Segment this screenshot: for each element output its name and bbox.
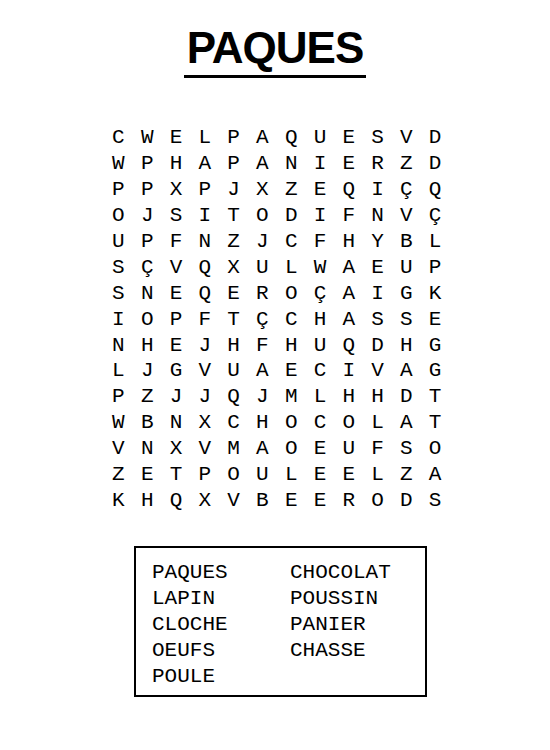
grid-cell: N bbox=[162, 410, 191, 436]
grid-cell: A bbox=[334, 306, 363, 332]
grid-cell: U bbox=[306, 332, 335, 358]
grid-cell: Ç bbox=[133, 254, 162, 280]
grid-cell: B bbox=[392, 229, 421, 255]
grid-cell: L bbox=[306, 384, 335, 410]
grid-cell: D bbox=[392, 384, 421, 410]
title-area: PAQUES bbox=[0, 26, 550, 78]
grid-cell: A bbox=[392, 358, 421, 384]
word-list-item: CLOCHE bbox=[152, 612, 290, 638]
grid-cell: Q bbox=[334, 177, 363, 203]
grid-cell: O bbox=[277, 410, 306, 436]
grid-cell: U bbox=[104, 229, 133, 255]
grid-cell: A bbox=[421, 462, 450, 488]
grid-cell: A bbox=[334, 254, 363, 280]
grid-cell: L bbox=[190, 125, 219, 151]
grid-cell: Q bbox=[277, 125, 306, 151]
grid-cell: F bbox=[190, 306, 219, 332]
grid-cell: J bbox=[190, 384, 219, 410]
grid-cell: V bbox=[190, 358, 219, 384]
grid-cell: J bbox=[190, 332, 219, 358]
grid-cell: K bbox=[421, 280, 450, 306]
grid-cell: X bbox=[162, 177, 191, 203]
grid-cell: R bbox=[334, 487, 363, 513]
grid-cell: K bbox=[104, 487, 133, 513]
grid-cell: S bbox=[162, 203, 191, 229]
grid-cell: L bbox=[104, 358, 133, 384]
grid-cell: D bbox=[421, 125, 450, 151]
grid-cell: I bbox=[190, 203, 219, 229]
grid-cell: Ç bbox=[306, 280, 335, 306]
grid-cell: Z bbox=[392, 462, 421, 488]
grid-cell: E bbox=[334, 151, 363, 177]
grid-cell: N bbox=[277, 151, 306, 177]
grid-cell: A bbox=[392, 410, 421, 436]
grid-cell: N bbox=[133, 280, 162, 306]
grid-cell: Y bbox=[363, 229, 392, 255]
word-list-column-2: CHOCOLATPOUSSINPANIERCHASSE bbox=[290, 548, 391, 695]
grid-cell: F bbox=[306, 229, 335, 255]
word-list-item: PANIER bbox=[290, 612, 391, 638]
grid-cell: Q bbox=[334, 332, 363, 358]
grid-cell: N bbox=[104, 332, 133, 358]
grid-cell: P bbox=[104, 177, 133, 203]
grid-cell: H bbox=[133, 487, 162, 513]
grid-cell: Ç bbox=[421, 203, 450, 229]
grid-cell: E bbox=[277, 487, 306, 513]
grid-cell: E bbox=[363, 254, 392, 280]
grid-cell: U bbox=[392, 254, 421, 280]
grid-cell: O bbox=[277, 436, 306, 462]
grid-cell: J bbox=[248, 384, 277, 410]
grid-cell: E bbox=[162, 125, 191, 151]
grid-cell: Ç bbox=[248, 306, 277, 332]
grid-cell: S bbox=[392, 436, 421, 462]
grid-cell: V bbox=[162, 254, 191, 280]
grid-cell: C bbox=[219, 410, 248, 436]
grid-cell: I bbox=[334, 358, 363, 384]
grid-cell: T bbox=[219, 203, 248, 229]
grid-cell: Z bbox=[219, 229, 248, 255]
grid-cell: E bbox=[421, 306, 450, 332]
grid-cell: N bbox=[133, 436, 162, 462]
page-title: PAQUES bbox=[184, 26, 367, 78]
grid-cell: P bbox=[421, 254, 450, 280]
grid-cell: P bbox=[133, 151, 162, 177]
grid-cell: R bbox=[248, 280, 277, 306]
grid-cell: M bbox=[277, 384, 306, 410]
grid-cell: Z bbox=[392, 151, 421, 177]
grid-cell: G bbox=[421, 332, 450, 358]
grid-cell: W bbox=[104, 410, 133, 436]
grid-cell: I bbox=[306, 203, 335, 229]
grid-cell: L bbox=[277, 254, 306, 280]
grid-cell: E bbox=[306, 177, 335, 203]
grid-cell: U bbox=[334, 436, 363, 462]
grid-cell: D bbox=[363, 332, 392, 358]
grid-cell: C bbox=[306, 410, 335, 436]
grid-cell: W bbox=[133, 125, 162, 151]
grid-cell: W bbox=[306, 254, 335, 280]
grid-cell: S bbox=[104, 254, 133, 280]
grid-cell: U bbox=[306, 125, 335, 151]
grid-cell: H bbox=[133, 332, 162, 358]
grid-cell: U bbox=[219, 358, 248, 384]
grid-cell: A bbox=[248, 151, 277, 177]
grid-cell: V bbox=[363, 358, 392, 384]
grid-cell: C bbox=[306, 358, 335, 384]
grid-cell: A bbox=[248, 436, 277, 462]
grid-cell: Q bbox=[421, 177, 450, 203]
grid-cell: X bbox=[162, 436, 191, 462]
grid-cell: S bbox=[363, 306, 392, 332]
grid-cell: O bbox=[363, 487, 392, 513]
grid-cell: T bbox=[421, 384, 450, 410]
grid-cell: P bbox=[219, 125, 248, 151]
grid-cell: H bbox=[334, 229, 363, 255]
grid-cell: D bbox=[277, 203, 306, 229]
grid-cell: E bbox=[162, 332, 191, 358]
grid-cell: Q bbox=[190, 280, 219, 306]
word-list-item: OEUFS bbox=[152, 638, 290, 664]
grid-cell: H bbox=[162, 151, 191, 177]
grid-cell: L bbox=[421, 229, 450, 255]
grid-cell: S bbox=[392, 306, 421, 332]
grid-cell: F bbox=[363, 436, 392, 462]
grid-cell: U bbox=[248, 254, 277, 280]
grid-cell: O bbox=[133, 306, 162, 332]
grid-cell: M bbox=[219, 436, 248, 462]
grid-cell: X bbox=[190, 410, 219, 436]
grid-cell: I bbox=[363, 280, 392, 306]
grid-cell: A bbox=[334, 280, 363, 306]
grid-cell: O bbox=[421, 436, 450, 462]
grid-cell: H bbox=[334, 384, 363, 410]
grid-cell: O bbox=[334, 410, 363, 436]
grid-cell: T bbox=[219, 306, 248, 332]
grid-cell: I bbox=[104, 306, 133, 332]
grid-cell: F bbox=[162, 229, 191, 255]
grid-cell: X bbox=[219, 254, 248, 280]
word-list-item: POULE bbox=[152, 664, 290, 690]
grid-cell: I bbox=[306, 151, 335, 177]
grid-cell: V bbox=[219, 487, 248, 513]
word-list-item: CHOCOLAT bbox=[290, 560, 391, 586]
grid-cell: O bbox=[248, 203, 277, 229]
grid-cell: F bbox=[248, 332, 277, 358]
grid-cell: J bbox=[219, 177, 248, 203]
grid-cell: E bbox=[219, 280, 248, 306]
grid-cell: H bbox=[392, 332, 421, 358]
grid-cell: R bbox=[363, 151, 392, 177]
grid-cell: B bbox=[133, 410, 162, 436]
grid-cell: L bbox=[363, 410, 392, 436]
grid-cell: G bbox=[421, 358, 450, 384]
grid-cell: P bbox=[190, 462, 219, 488]
grid-cell: E bbox=[133, 462, 162, 488]
grid-cell: C bbox=[277, 229, 306, 255]
grid-cell: P bbox=[133, 177, 162, 203]
word-list-column-1: PAQUESLAPINCLOCHEOEUFSPOULE bbox=[152, 548, 290, 695]
word-list-item: LAPIN bbox=[152, 586, 290, 612]
grid-cell: S bbox=[104, 280, 133, 306]
grid-cell: V bbox=[392, 125, 421, 151]
word-list-item: POUSSIN bbox=[290, 586, 391, 612]
grid-cell: P bbox=[219, 151, 248, 177]
word-list-item: CHASSE bbox=[290, 638, 391, 664]
grid-cell: D bbox=[421, 151, 450, 177]
grid-cell: G bbox=[162, 358, 191, 384]
grid-cell: H bbox=[219, 332, 248, 358]
grid-cell: H bbox=[306, 306, 335, 332]
grid-cell: S bbox=[363, 125, 392, 151]
grid-cell: O bbox=[277, 280, 306, 306]
word-search-grid: CWELPAQUESVDWPHAPANIERZDPPXPJXZEQIÇQOJSI… bbox=[104, 125, 450, 513]
grid-cell: Ç bbox=[392, 177, 421, 203]
grid-cell: E bbox=[162, 280, 191, 306]
grid-cell: Z bbox=[133, 384, 162, 410]
grid-cell: V bbox=[190, 436, 219, 462]
grid-cell: G bbox=[392, 280, 421, 306]
grid-cell: H bbox=[277, 332, 306, 358]
grid-cell: J bbox=[133, 203, 162, 229]
grid-cell: P bbox=[104, 384, 133, 410]
grid-cell: S bbox=[421, 487, 450, 513]
grid-cell: P bbox=[162, 306, 191, 332]
grid-cell: V bbox=[392, 203, 421, 229]
grid-cell: C bbox=[277, 306, 306, 332]
grid-cell: E bbox=[334, 462, 363, 488]
grid-cell: I bbox=[363, 177, 392, 203]
grid-cell: E bbox=[306, 487, 335, 513]
grid-cell: Q bbox=[162, 487, 191, 513]
grid-cell: E bbox=[334, 125, 363, 151]
grid-cell: A bbox=[190, 151, 219, 177]
grid-cell: P bbox=[190, 177, 219, 203]
grid-cell: T bbox=[162, 462, 191, 488]
grid-cell: B bbox=[248, 487, 277, 513]
grid-cell: Z bbox=[104, 462, 133, 488]
grid-cell: J bbox=[248, 229, 277, 255]
grid-cell: H bbox=[363, 384, 392, 410]
grid-cell: J bbox=[162, 384, 191, 410]
word-list-box: PAQUESLAPINCLOCHEOEUFSPOULE CHOCOLATPOUS… bbox=[134, 546, 427, 697]
grid-cell: L bbox=[363, 462, 392, 488]
grid-cell: X bbox=[248, 177, 277, 203]
grid-cell: A bbox=[248, 358, 277, 384]
grid-cell: E bbox=[306, 462, 335, 488]
grid-cell: Q bbox=[219, 384, 248, 410]
grid-cell: O bbox=[219, 462, 248, 488]
grid-cell: C bbox=[104, 125, 133, 151]
grid-cell: D bbox=[392, 487, 421, 513]
grid-cell: H bbox=[248, 410, 277, 436]
grid-cell: U bbox=[248, 462, 277, 488]
grid-cell: P bbox=[133, 229, 162, 255]
grid-cell: E bbox=[306, 436, 335, 462]
grid-cell: T bbox=[421, 410, 450, 436]
grid-cell: V bbox=[104, 436, 133, 462]
grid-cell: O bbox=[104, 203, 133, 229]
grid-cell: X bbox=[190, 487, 219, 513]
grid-cell: Q bbox=[190, 254, 219, 280]
grid-cell: L bbox=[277, 462, 306, 488]
grid-cell: E bbox=[277, 358, 306, 384]
grid-cell: W bbox=[104, 151, 133, 177]
grid-cell: N bbox=[190, 229, 219, 255]
grid-cell: A bbox=[248, 125, 277, 151]
grid-cell: Z bbox=[277, 177, 306, 203]
grid-cell: N bbox=[363, 203, 392, 229]
grid-cell: J bbox=[133, 358, 162, 384]
grid-cell: F bbox=[334, 203, 363, 229]
word-list-item: PAQUES bbox=[152, 560, 290, 586]
